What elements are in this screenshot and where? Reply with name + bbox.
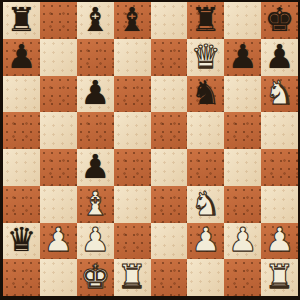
square-f2[interactable]: ♟	[187, 223, 224, 260]
square-f4[interactable]	[187, 149, 224, 186]
square-h4[interactable]	[261, 149, 298, 186]
square-d2[interactable]	[114, 223, 151, 260]
piece-white-pawn[interactable]: ♟	[228, 223, 258, 259]
piece-black-queen[interactable]: ♛	[7, 223, 37, 259]
square-d6[interactable]	[114, 76, 151, 113]
piece-black-rook[interactable]: ♜	[191, 2, 221, 38]
square-c3[interactable]: ♝	[77, 186, 114, 223]
square-f5[interactable]	[187, 112, 224, 149]
piece-white-pawn[interactable]: ♟	[80, 223, 110, 259]
square-f1[interactable]	[187, 259, 224, 296]
square-a8[interactable]: ♜	[3, 2, 40, 39]
square-b4[interactable]	[40, 149, 77, 186]
square-h6[interactable]: ♞	[261, 76, 298, 113]
piece-white-pawn[interactable]: ♟	[44, 223, 74, 259]
square-d5[interactable]	[114, 112, 151, 149]
piece-black-pawn[interactable]: ♟	[80, 76, 110, 112]
square-h7[interactable]: ♟	[261, 39, 298, 76]
square-e1[interactable]	[151, 259, 188, 296]
square-a2[interactable]: ♛	[3, 223, 40, 260]
square-b1[interactable]	[40, 259, 77, 296]
piece-white-king[interactable]: ♚	[80, 259, 110, 295]
square-b8[interactable]	[40, 2, 77, 39]
piece-black-bishop[interactable]: ♝	[80, 2, 110, 38]
piece-black-rook[interactable]: ♜	[7, 2, 37, 38]
square-e2[interactable]	[151, 223, 188, 260]
square-d8[interactable]: ♝	[114, 2, 151, 39]
piece-black-knight[interactable]: ♞	[191, 76, 221, 112]
piece-white-pawn[interactable]: ♟	[265, 223, 295, 259]
piece-black-bishop[interactable]: ♝	[117, 2, 147, 38]
piece-black-pawn[interactable]: ♟	[7, 39, 37, 75]
square-c7[interactable]	[77, 39, 114, 76]
square-f8[interactable]: ♜	[187, 2, 224, 39]
square-d7[interactable]	[114, 39, 151, 76]
piece-white-rook[interactable]: ♜	[117, 259, 147, 295]
piece-white-bishop[interactable]: ♝	[80, 186, 110, 222]
square-f6[interactable]: ♞	[187, 76, 224, 113]
piece-white-queen[interactable]: ♛	[191, 39, 221, 75]
square-f7[interactable]: ♛	[187, 39, 224, 76]
square-h2[interactable]: ♟	[261, 223, 298, 260]
square-b3[interactable]	[40, 186, 77, 223]
square-g3[interactable]	[224, 186, 261, 223]
square-a3[interactable]	[3, 186, 40, 223]
square-a1[interactable]	[3, 259, 40, 296]
square-c6[interactable]: ♟	[77, 76, 114, 113]
square-h5[interactable]	[261, 112, 298, 149]
square-a4[interactable]	[3, 149, 40, 186]
piece-white-rook[interactable]: ♜	[265, 259, 295, 295]
square-b7[interactable]	[40, 39, 77, 76]
piece-black-pawn[interactable]: ♟	[265, 39, 295, 75]
square-e3[interactable]	[151, 186, 188, 223]
square-h1[interactable]: ♜	[261, 259, 298, 296]
square-g7[interactable]: ♟	[224, 39, 261, 76]
square-b6[interactable]	[40, 76, 77, 113]
square-a6[interactable]	[3, 76, 40, 113]
square-d1[interactable]: ♜	[114, 259, 151, 296]
square-c1[interactable]: ♚	[77, 259, 114, 296]
square-c4[interactable]: ♟	[77, 149, 114, 186]
piece-white-knight[interactable]: ♞	[191, 186, 221, 222]
piece-black-king[interactable]: ♚	[265, 2, 295, 38]
square-e6[interactable]	[151, 76, 188, 113]
square-f3[interactable]: ♞	[187, 186, 224, 223]
square-e8[interactable]	[151, 2, 188, 39]
square-h8[interactable]: ♚	[261, 2, 298, 39]
square-g4[interactable]	[224, 149, 261, 186]
chess-board: ♜♝♝♜♚♟♛♟♟♟♞♞♟♝♞♛♟♟♟♟♟♚♜♜	[0, 0, 300, 300]
piece-white-pawn[interactable]: ♟	[191, 223, 221, 259]
square-b5[interactable]	[40, 112, 77, 149]
square-g8[interactable]	[224, 2, 261, 39]
square-e4[interactable]	[151, 149, 188, 186]
square-a7[interactable]: ♟	[3, 39, 40, 76]
piece-black-pawn[interactable]: ♟	[228, 39, 258, 75]
square-d4[interactable]	[114, 149, 151, 186]
square-e7[interactable]	[151, 39, 188, 76]
piece-black-pawn[interactable]: ♟	[80, 149, 110, 185]
square-g5[interactable]	[224, 112, 261, 149]
square-g6[interactable]	[224, 76, 261, 113]
square-d3[interactable]	[114, 186, 151, 223]
square-a5[interactable]	[3, 112, 40, 149]
square-e5[interactable]	[151, 112, 188, 149]
square-h3[interactable]	[261, 186, 298, 223]
square-g2[interactable]: ♟	[224, 223, 261, 260]
square-c8[interactable]: ♝	[77, 2, 114, 39]
piece-white-knight[interactable]: ♞	[265, 76, 295, 112]
square-c2[interactable]: ♟	[77, 223, 114, 260]
square-b2[interactable]: ♟	[40, 223, 77, 260]
square-c5[interactable]	[77, 112, 114, 149]
square-g1[interactable]	[224, 259, 261, 296]
